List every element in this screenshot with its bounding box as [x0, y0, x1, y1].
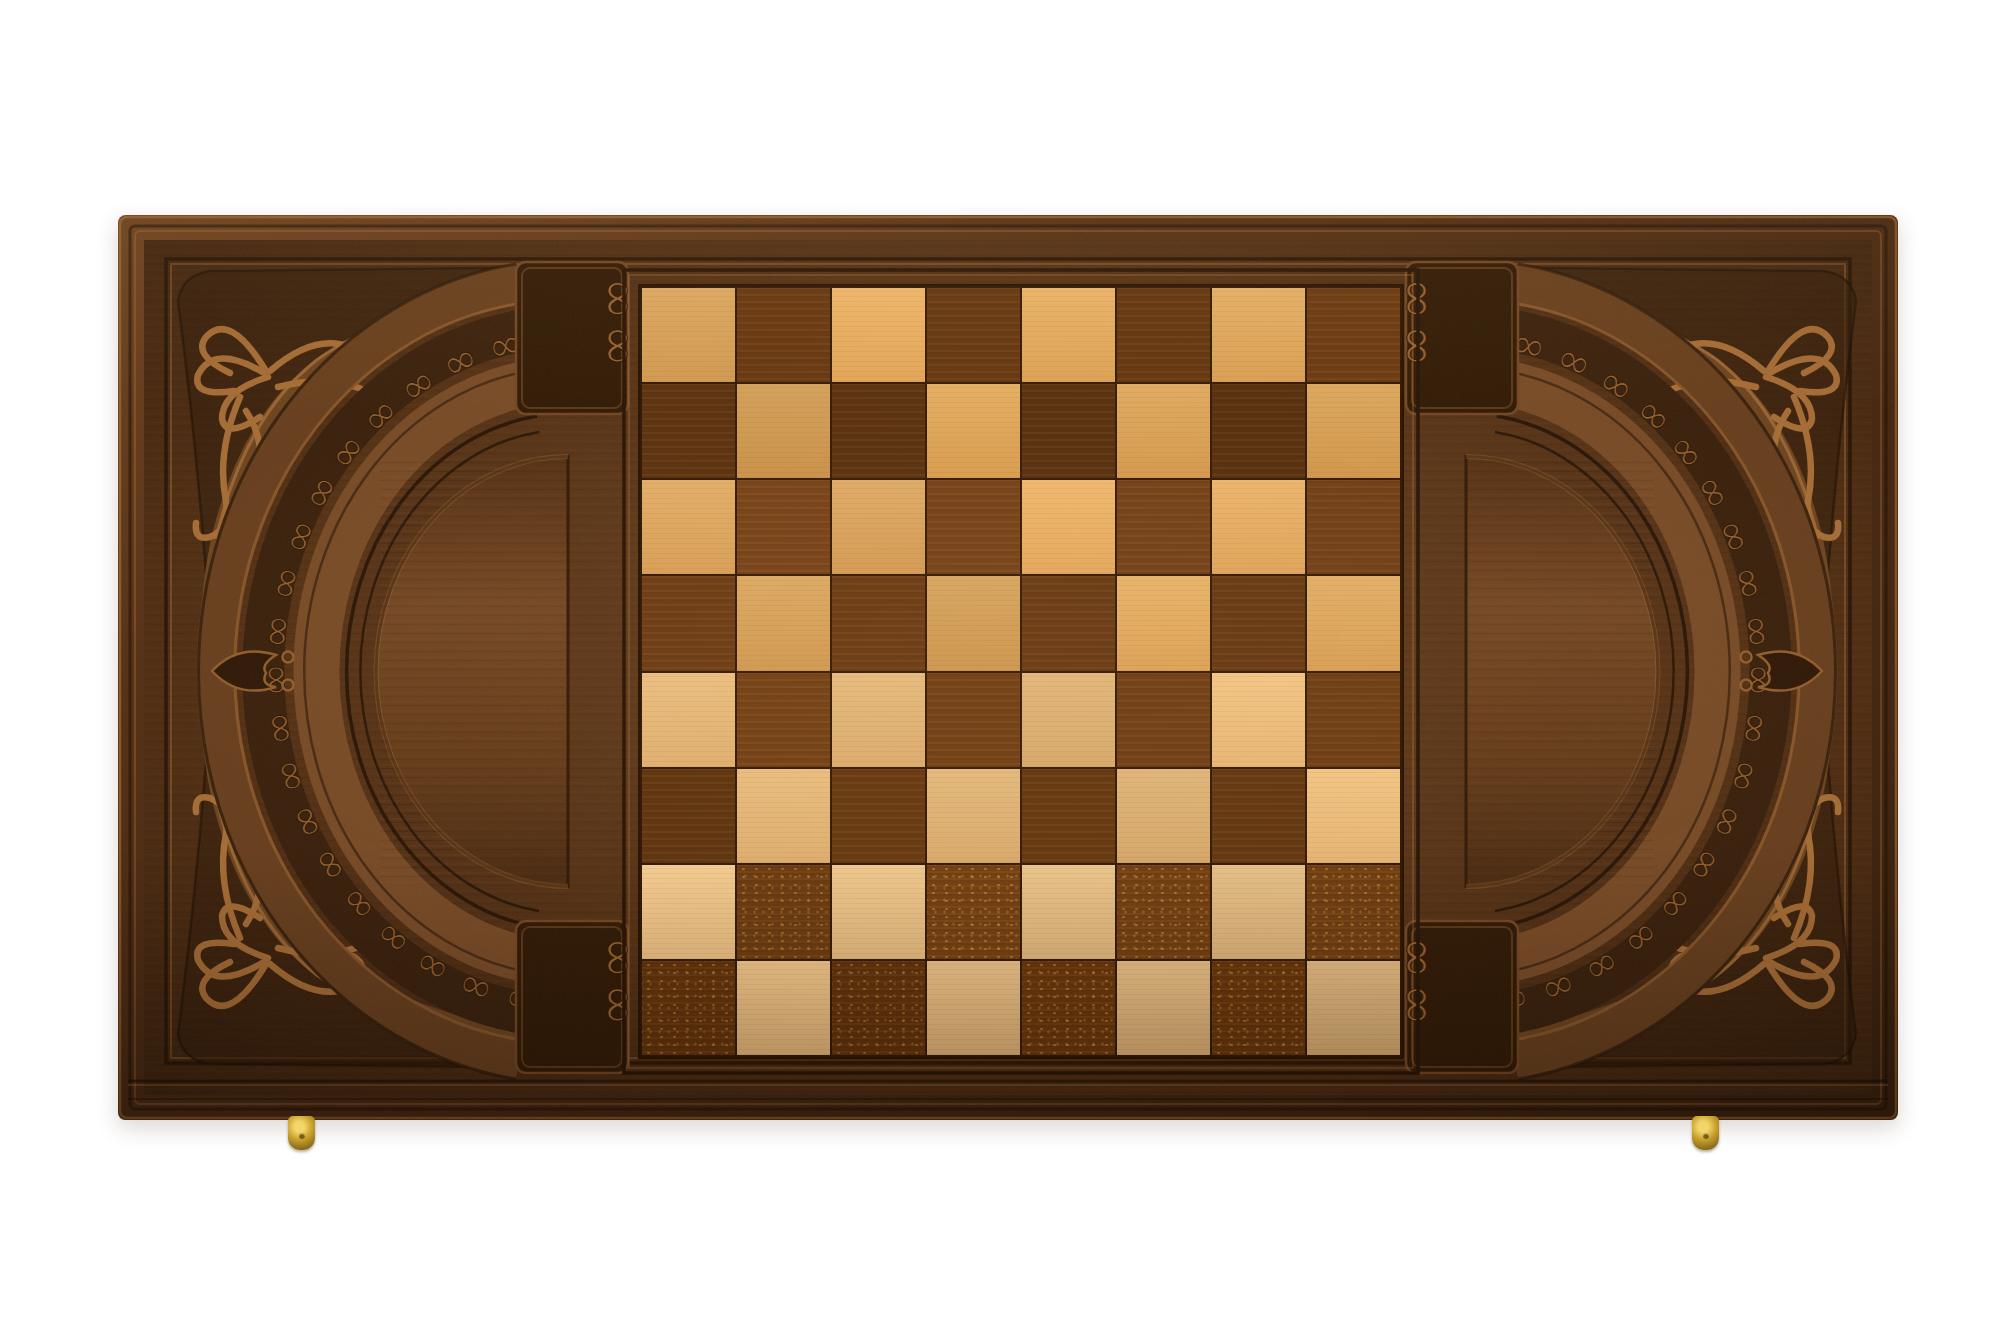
square-f5-light [1117, 576, 1210, 670]
square-c4-light [832, 673, 925, 767]
square-d7-light [927, 384, 1020, 478]
square-b1-light [737, 961, 830, 1055]
square-h8-dark [1307, 288, 1400, 382]
square-d4-dark [927, 673, 1020, 767]
square-h5-light [1307, 576, 1400, 670]
square-a2-light [642, 865, 735, 959]
square-c2-light [832, 865, 925, 959]
square-e1-dark [1022, 961, 1115, 1055]
square-g2-light [1212, 865, 1305, 959]
square-h6-dark [1307, 480, 1400, 574]
square-g7-dark [1212, 384, 1305, 478]
square-h7-light [1307, 384, 1400, 478]
backgammon-case-lid: ∞ ∞ ∞ ∞ ∞ ∞ ∞ ∞ ∞ ∞ ∞ ∞ ∞ ∞ ∞ ∞ ∞ ∞ ∞ ∞ … [118, 215, 1898, 1120]
square-d8-dark [927, 288, 1020, 382]
square-a5-dark [642, 576, 735, 670]
square-h1-light [1307, 961, 1400, 1055]
square-c6-light [832, 480, 925, 574]
square-f2-dark [1117, 865, 1210, 959]
square-c1-dark [832, 961, 925, 1055]
square-c8-light [832, 288, 925, 382]
square-c5-dark [832, 576, 925, 670]
square-e4-light [1022, 673, 1115, 767]
square-a3-dark [642, 769, 735, 863]
square-c7-dark [832, 384, 925, 478]
square-b4-dark [737, 673, 830, 767]
square-g4-light [1212, 673, 1305, 767]
square-a8-light [642, 288, 735, 382]
square-d3-light [927, 769, 1020, 863]
square-b6-dark [737, 480, 830, 574]
square-g1-dark [1212, 961, 1305, 1055]
hinge-right [1692, 1116, 1719, 1150]
square-d2-dark [927, 865, 1020, 959]
square-f6-dark [1117, 480, 1210, 574]
square-c3-dark [832, 769, 925, 863]
square-e5-dark [1022, 576, 1115, 670]
square-d5-light [927, 576, 1020, 670]
square-b7-light [737, 384, 830, 478]
square-h3-light [1307, 769, 1400, 863]
square-f4-dark [1117, 673, 1210, 767]
square-h4-dark [1307, 673, 1400, 767]
square-b8-dark [737, 288, 830, 382]
square-a7-dark [642, 384, 735, 478]
square-a1-dark [642, 961, 735, 1055]
square-f3-light [1117, 769, 1210, 863]
square-e2-light [1022, 865, 1115, 959]
square-h2-dark [1307, 865, 1400, 959]
square-g8-light [1212, 288, 1305, 382]
square-d6-dark [927, 480, 1020, 574]
square-f1-light [1117, 961, 1210, 1055]
square-a4-light [642, 673, 735, 767]
square-b5-light [737, 576, 830, 670]
square-g3-dark [1212, 769, 1305, 863]
square-b3-light [737, 769, 830, 863]
square-f7-light [1117, 384, 1210, 478]
chessboard [640, 286, 1402, 1057]
square-e6-light [1022, 480, 1115, 574]
square-e3-dark [1022, 769, 1115, 863]
product-photo-stage: ∞ ∞ ∞ ∞ ∞ ∞ ∞ ∞ ∞ ∞ ∞ ∞ ∞ ∞ ∞ ∞ ∞ ∞ ∞ ∞ … [0, 0, 2000, 1333]
square-g6-light [1212, 480, 1305, 574]
square-e7-dark [1022, 384, 1115, 478]
square-g5-dark [1212, 576, 1305, 670]
hinge-left [288, 1116, 315, 1150]
square-e8-light [1022, 288, 1115, 382]
square-a6-light [642, 480, 735, 574]
square-f8-dark [1117, 288, 1210, 382]
square-d1-light [927, 961, 1020, 1055]
square-b2-dark [737, 865, 830, 959]
